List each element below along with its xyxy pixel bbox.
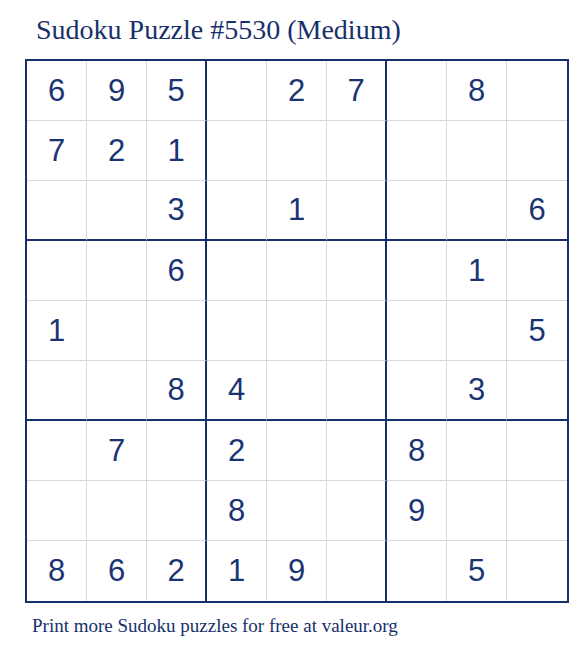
cell-r4c7[interactable] bbox=[387, 241, 447, 301]
cell-r6c8[interactable]: 3 bbox=[447, 361, 507, 421]
cell-r7c3[interactable] bbox=[147, 421, 207, 481]
cell-r5c4[interactable] bbox=[207, 301, 267, 361]
cell-r1c4[interactable] bbox=[207, 61, 267, 121]
cell-r3c1[interactable] bbox=[27, 181, 87, 241]
cell-r8c6[interactable] bbox=[327, 481, 387, 541]
cell-r3c8[interactable] bbox=[447, 181, 507, 241]
cell-r9c3[interactable]: 2 bbox=[147, 541, 207, 601]
page-title: Sudoku Puzzle #5530 (Medium) bbox=[36, 16, 401, 44]
cell-r5c6[interactable] bbox=[327, 301, 387, 361]
cell-r8c8[interactable] bbox=[447, 481, 507, 541]
cell-r5c5[interactable] bbox=[267, 301, 327, 361]
cell-r5c8[interactable] bbox=[447, 301, 507, 361]
cell-r9c4[interactable]: 1 bbox=[207, 541, 267, 601]
sudoku-board: 695278721316611584372889862195 bbox=[25, 59, 569, 603]
cell-r4c5[interactable] bbox=[267, 241, 327, 301]
cell-r6c3[interactable]: 8 bbox=[147, 361, 207, 421]
cell-r8c7[interactable]: 9 bbox=[387, 481, 447, 541]
cell-r9c8[interactable]: 5 bbox=[447, 541, 507, 601]
cell-r2c7[interactable] bbox=[387, 121, 447, 181]
cell-r4c1[interactable] bbox=[27, 241, 87, 301]
cell-r3c9[interactable]: 6 bbox=[507, 181, 567, 241]
cell-r8c3[interactable] bbox=[147, 481, 207, 541]
cell-r5c1[interactable]: 1 bbox=[27, 301, 87, 361]
cell-r2c3[interactable]: 1 bbox=[147, 121, 207, 181]
cell-r7c6[interactable] bbox=[327, 421, 387, 481]
cell-r7c9[interactable] bbox=[507, 421, 567, 481]
cell-r5c7[interactable] bbox=[387, 301, 447, 361]
cell-r5c3[interactable] bbox=[147, 301, 207, 361]
cell-r8c1[interactable] bbox=[27, 481, 87, 541]
cell-r9c5[interactable]: 9 bbox=[267, 541, 327, 601]
cell-r7c4[interactable]: 2 bbox=[207, 421, 267, 481]
cell-r3c7[interactable] bbox=[387, 181, 447, 241]
cell-r1c3[interactable]: 5 bbox=[147, 61, 207, 121]
cell-r2c2[interactable]: 2 bbox=[87, 121, 147, 181]
cell-r1c9[interactable] bbox=[507, 61, 567, 121]
cell-r4c8[interactable]: 1 bbox=[447, 241, 507, 301]
cell-r6c9[interactable] bbox=[507, 361, 567, 421]
cell-r3c6[interactable] bbox=[327, 181, 387, 241]
cell-r7c7[interactable]: 8 bbox=[387, 421, 447, 481]
cell-r4c6[interactable] bbox=[327, 241, 387, 301]
cell-r6c5[interactable] bbox=[267, 361, 327, 421]
cell-r4c9[interactable] bbox=[507, 241, 567, 301]
cell-r9c1[interactable]: 8 bbox=[27, 541, 87, 601]
cell-r2c8[interactable] bbox=[447, 121, 507, 181]
cell-r7c2[interactable]: 7 bbox=[87, 421, 147, 481]
footer-text: Print more Sudoku puzzles for free at va… bbox=[32, 615, 398, 638]
cell-r1c5[interactable]: 2 bbox=[267, 61, 327, 121]
cell-r3c4[interactable] bbox=[207, 181, 267, 241]
cell-r1c7[interactable] bbox=[387, 61, 447, 121]
cell-r5c9[interactable]: 5 bbox=[507, 301, 567, 361]
cell-r9c9[interactable] bbox=[507, 541, 567, 601]
cell-r3c3[interactable]: 3 bbox=[147, 181, 207, 241]
cell-r9c6[interactable] bbox=[327, 541, 387, 601]
cell-r4c2[interactable] bbox=[87, 241, 147, 301]
cell-r7c1[interactable] bbox=[27, 421, 87, 481]
cell-r6c2[interactable] bbox=[87, 361, 147, 421]
cell-r2c9[interactable] bbox=[507, 121, 567, 181]
cell-r7c5[interactable] bbox=[267, 421, 327, 481]
cell-r4c3[interactable]: 6 bbox=[147, 241, 207, 301]
cell-r8c9[interactable] bbox=[507, 481, 567, 541]
cell-r8c4[interactable]: 8 bbox=[207, 481, 267, 541]
cell-r6c7[interactable] bbox=[387, 361, 447, 421]
cell-r3c5[interactable]: 1 bbox=[267, 181, 327, 241]
cell-r8c2[interactable] bbox=[87, 481, 147, 541]
cell-r2c4[interactable] bbox=[207, 121, 267, 181]
cell-r6c6[interactable] bbox=[327, 361, 387, 421]
cell-r8c5[interactable] bbox=[267, 481, 327, 541]
cell-r3c2[interactable] bbox=[87, 181, 147, 241]
cell-r6c1[interactable] bbox=[27, 361, 87, 421]
cell-r6c4[interactable]: 4 bbox=[207, 361, 267, 421]
cell-r2c5[interactable] bbox=[267, 121, 327, 181]
cell-r1c2[interactable]: 9 bbox=[87, 61, 147, 121]
cell-r1c1[interactable]: 6 bbox=[27, 61, 87, 121]
cell-r5c2[interactable] bbox=[87, 301, 147, 361]
cell-r2c1[interactable]: 7 bbox=[27, 121, 87, 181]
cell-r1c8[interactable]: 8 bbox=[447, 61, 507, 121]
cell-r2c6[interactable] bbox=[327, 121, 387, 181]
cell-r9c7[interactable] bbox=[387, 541, 447, 601]
cell-r9c2[interactable]: 6 bbox=[87, 541, 147, 601]
cell-r4c4[interactable] bbox=[207, 241, 267, 301]
cell-r1c6[interactable]: 7 bbox=[327, 61, 387, 121]
sudoku-page: Sudoku Puzzle #5530 (Medium) 69527872131… bbox=[0, 0, 574, 651]
cell-r7c8[interactable] bbox=[447, 421, 507, 481]
